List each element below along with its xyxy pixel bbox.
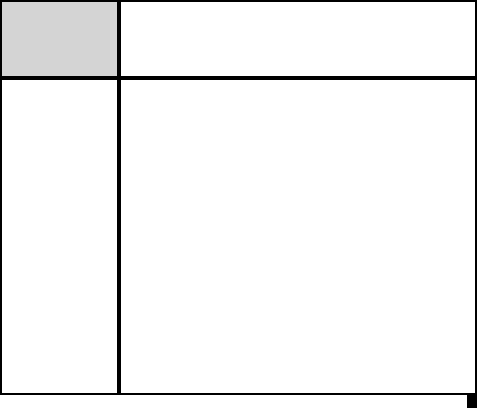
nonogram-app xyxy=(0,0,477,408)
puzzle-grid xyxy=(119,78,477,395)
corner-block xyxy=(0,0,119,78)
watermark xyxy=(467,395,477,408)
column-clues-cells xyxy=(121,2,475,76)
puzzle-grid-cells xyxy=(121,80,475,393)
row-clues-panel xyxy=(0,78,119,395)
row-clues-cells xyxy=(2,80,117,393)
nonogram-puzzle xyxy=(0,0,477,395)
column-clues-panel xyxy=(119,0,477,78)
watermark-bar xyxy=(0,395,477,408)
